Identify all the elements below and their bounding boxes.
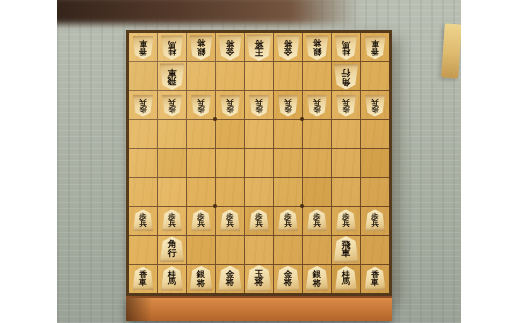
- piece-kanji-label: 歩兵: [371, 213, 379, 227]
- piece-kanji-label: 歩兵: [284, 99, 292, 113]
- piece-rook[interactable]: 飛車: [334, 236, 359, 262]
- board-cell[interactable]: 歩兵: [332, 91, 360, 119]
- board-cell[interactable]: [274, 149, 302, 177]
- piece-kanji-label: 歩兵: [168, 99, 176, 113]
- piece-kanji-label: 歩兵: [226, 213, 234, 227]
- board-block: 香車桂馬銀将金将王将金将銀将桂馬香車飛車角行歩兵歩兵歩兵歩兵歩兵歩兵歩兵歩兵歩兵…: [126, 30, 392, 321]
- board-cell[interactable]: [158, 120, 186, 148]
- board-cell[interactable]: 金将: [216, 33, 244, 61]
- board-cell[interactable]: [129, 62, 157, 90]
- piece-kanji-label: 香車: [371, 40, 379, 55]
- piece-rook[interactable]: 飛車: [160, 64, 185, 91]
- board-cell[interactable]: 銀将: [303, 33, 331, 61]
- piece-silver[interactable]: 銀将: [306, 35, 329, 60]
- piece-kanji-label: 角行: [342, 68, 351, 85]
- piece-lance[interactable]: 香車: [133, 267, 154, 291]
- piece-kanji-label: 金将: [284, 270, 293, 286]
- board-cell[interactable]: 金将: [216, 265, 244, 293]
- piece-knight[interactable]: 桂馬: [161, 35, 183, 60]
- board-cell[interactable]: 歩兵: [216, 207, 244, 235]
- piece-kanji-label: 歩兵: [255, 99, 263, 113]
- piece-pawn[interactable]: 歩兵: [249, 95, 269, 117]
- board-cell[interactable]: [361, 62, 389, 90]
- board-cell[interactable]: 銀将: [303, 265, 331, 293]
- board-cell[interactable]: 角行: [332, 62, 360, 90]
- board-cell[interactable]: 歩兵: [274, 207, 302, 235]
- piece-kanji-label: 銀将: [313, 40, 322, 56]
- piece-pawn[interactable]: 歩兵: [365, 95, 385, 117]
- piece-pawn[interactable]: 歩兵: [162, 95, 182, 117]
- board-cell[interactable]: 桂馬: [158, 33, 186, 61]
- board-cell[interactable]: 銀将: [187, 265, 215, 293]
- piece-kanji-label: 香車: [371, 271, 379, 286]
- piece-pawn[interactable]: 歩兵: [220, 209, 240, 231]
- piece-kanji-label: 飛車: [168, 68, 177, 85]
- piece-pawn[interactable]: 歩兵: [249, 209, 269, 231]
- piece-gold[interactable]: 金将: [276, 35, 300, 61]
- piece-pawn[interactable]: 歩兵: [191, 95, 211, 117]
- board-cell[interactable]: 歩兵: [129, 91, 157, 119]
- piece-pawn[interactable]: 歩兵: [336, 95, 356, 117]
- piece-knight[interactable]: 桂馬: [335, 266, 357, 291]
- board-cell[interactable]: 歩兵: [158, 207, 186, 235]
- background-shelf: [57, 0, 359, 24]
- board-cell[interactable]: 金将: [274, 33, 302, 61]
- board-cell[interactable]: [216, 120, 244, 148]
- board-cell[interactable]: [332, 120, 360, 148]
- board-cell[interactable]: [187, 120, 215, 148]
- piece-silver[interactable]: 銀将: [190, 35, 213, 60]
- image-margin-left: [0, 0, 57, 323]
- piece-kanji-label: 歩兵: [284, 213, 292, 227]
- board-cell[interactable]: 角行: [158, 236, 186, 264]
- board-cell[interactable]: 歩兵: [245, 207, 273, 235]
- piece-king[interactable]: 王将: [247, 35, 272, 62]
- shogi-board: 香車桂馬銀将金将王将金将銀将桂馬香車飛車角行歩兵歩兵歩兵歩兵歩兵歩兵歩兵歩兵歩兵…: [126, 30, 392, 296]
- board-cell[interactable]: 歩兵: [303, 91, 331, 119]
- board-cell[interactable]: [245, 149, 273, 177]
- piece-pawn[interactable]: 歩兵: [162, 209, 182, 231]
- board-cell[interactable]: [303, 120, 331, 148]
- board-cell[interactable]: 歩兵: [245, 91, 273, 119]
- board-cell[interactable]: 飛車: [332, 236, 360, 264]
- board-cell[interactable]: 桂馬: [158, 265, 186, 293]
- board-cell[interactable]: [187, 178, 215, 206]
- piece-kanji-label: 銀将: [197, 40, 206, 56]
- board-cell[interactable]: [361, 236, 389, 264]
- piece-pawn[interactable]: 歩兵: [307, 95, 327, 117]
- piece-kanji-label: 歩兵: [226, 99, 234, 113]
- piece-kanji-label: 歩兵: [313, 213, 321, 227]
- piece-kanji-label: 王将: [255, 39, 264, 56]
- board-cell[interactable]: [129, 149, 157, 177]
- board-cell[interactable]: 香車: [361, 33, 389, 61]
- piece-kanji-label: 歩兵: [255, 213, 263, 227]
- piece-kanji-label: 歩兵: [313, 99, 321, 113]
- board-cell[interactable]: [245, 178, 273, 206]
- piece-king[interactable]: 玉将: [247, 265, 272, 292]
- hoshi-point: [300, 117, 304, 121]
- board-cell[interactable]: 金将: [274, 265, 302, 293]
- board-cell[interactable]: [216, 149, 244, 177]
- piece-pawn[interactable]: 歩兵: [307, 209, 327, 231]
- piece-lance[interactable]: 香車: [365, 267, 386, 291]
- piece-kanji-label: 飛車: [342, 241, 351, 258]
- board-cell[interactable]: [216, 62, 244, 90]
- piece-knight[interactable]: 桂馬: [161, 266, 183, 291]
- board-cell[interactable]: 玉将: [245, 265, 273, 293]
- board-cell[interactable]: [187, 236, 215, 264]
- board-cell[interactable]: [303, 62, 331, 90]
- piece-kanji-label: 金将: [226, 40, 235, 56]
- piece-pawn[interactable]: 歩兵: [278, 209, 298, 231]
- board-cell[interactable]: [361, 149, 389, 177]
- board-cell[interactable]: 桂馬: [332, 33, 360, 61]
- piece-pawn[interactable]: 歩兵: [220, 95, 240, 117]
- piece-kanji-label: 香車: [139, 271, 147, 286]
- board-cell[interactable]: [245, 236, 273, 264]
- piece-kanji-label: 歩兵: [342, 213, 350, 227]
- piece-kanji-label: 銀将: [313, 270, 322, 286]
- piece-kanji-label: 歩兵: [371, 99, 379, 113]
- board-cell[interactable]: 歩兵: [216, 91, 244, 119]
- piece-kanji-label: 歩兵: [139, 99, 147, 113]
- piece-pawn[interactable]: 歩兵: [336, 209, 356, 231]
- board-cell[interactable]: 歩兵: [361, 91, 389, 119]
- piece-lance[interactable]: 香車: [133, 36, 154, 60]
- piece-kanji-label: 銀将: [197, 270, 206, 286]
- hoshi-point: [213, 204, 217, 208]
- piece-bishop[interactable]: 角行: [334, 64, 359, 90]
- board-cell[interactable]: 香車: [129, 33, 157, 61]
- piece-kanji-label: 玉将: [255, 270, 264, 287]
- board-cell[interactable]: 歩兵: [303, 207, 331, 235]
- piece-kanji-label: 金将: [226, 270, 235, 286]
- board-cell[interactable]: 香車: [129, 265, 157, 293]
- board-cell[interactable]: [216, 178, 244, 206]
- board-cell[interactable]: [245, 62, 273, 90]
- piece-kanji-label: 角行: [168, 241, 177, 258]
- piece-silver[interactable]: 銀将: [190, 266, 213, 291]
- board-cell[interactable]: 歩兵: [361, 207, 389, 235]
- piece-pawn[interactable]: 歩兵: [365, 209, 385, 231]
- hoshi-point: [300, 204, 304, 208]
- piece-pawn[interactable]: 歩兵: [133, 209, 153, 231]
- board-cell[interactable]: [274, 120, 302, 148]
- board-cell[interactable]: 歩兵: [187, 91, 215, 119]
- board-cell[interactable]: [274, 178, 302, 206]
- piece-pawn[interactable]: 歩兵: [191, 209, 211, 231]
- piece-gold[interactable]: 金将: [218, 35, 242, 61]
- board-cell[interactable]: 桂馬: [332, 265, 360, 293]
- piece-kanji-label: 歩兵: [342, 99, 350, 113]
- board-cell[interactable]: [129, 178, 157, 206]
- board-cell[interactable]: 香車: [361, 265, 389, 293]
- board-cell[interactable]: [332, 149, 360, 177]
- image-margin-right: [461, 0, 520, 323]
- board-cell[interactable]: [158, 178, 186, 206]
- board-cell[interactable]: [303, 149, 331, 177]
- hoshi-point: [213, 117, 217, 121]
- piece-pawn[interactable]: 歩兵: [278, 95, 298, 117]
- board-side-edge: [126, 296, 392, 321]
- piece-kanji-label: 桂馬: [168, 40, 176, 55]
- piece-kanji-label: 歩兵: [197, 99, 205, 113]
- board-cell[interactable]: [187, 62, 215, 90]
- board-cell[interactable]: 銀将: [187, 33, 215, 61]
- piece-kanji-label: 歩兵: [168, 213, 176, 227]
- piece-stand[interactable]: [441, 23, 461, 78]
- piece-kanji-label: 金将: [284, 40, 293, 56]
- piece-gold[interactable]: 金将: [218, 265, 242, 291]
- board-cell[interactable]: 歩兵: [332, 207, 360, 235]
- board-cell[interactable]: [332, 178, 360, 206]
- piece-bishop[interactable]: 角行: [160, 236, 185, 262]
- board-cell[interactable]: [245, 120, 273, 148]
- piece-kanji-label: 桂馬: [342, 40, 350, 55]
- screenshot-stage: 香車桂馬銀将金将王将金将銀将桂馬香車飛車角行歩兵歩兵歩兵歩兵歩兵歩兵歩兵歩兵歩兵…: [0, 0, 520, 323]
- board-cell[interactable]: 歩兵: [129, 207, 157, 235]
- board-cell[interactable]: [303, 178, 331, 206]
- piece-pawn[interactable]: 歩兵: [133, 95, 153, 117]
- board-cell[interactable]: [129, 120, 157, 148]
- board-cell[interactable]: 歩兵: [274, 91, 302, 119]
- piece-kanji-label: 歩兵: [139, 213, 147, 227]
- piece-kanji-label: 桂馬: [342, 271, 350, 286]
- piece-kanji-label: 香車: [139, 40, 147, 55]
- board-cell[interactable]: 王将: [245, 33, 273, 61]
- board-cell[interactable]: [216, 236, 244, 264]
- piece-gold[interactable]: 金将: [276, 265, 300, 291]
- board-cell[interactable]: [361, 120, 389, 148]
- piece-kanji-label: 桂馬: [168, 271, 176, 286]
- board-cell[interactable]: [274, 62, 302, 90]
- piece-kanji-label: 歩兵: [197, 213, 205, 227]
- board-cell[interactable]: 歩兵: [187, 207, 215, 235]
- board-cell[interactable]: [187, 149, 215, 177]
- board-cell[interactable]: [361, 178, 389, 206]
- piece-silver[interactable]: 銀将: [306, 266, 329, 291]
- board-cell[interactable]: 歩兵: [158, 91, 186, 119]
- photo-area: 香車桂馬銀将金将王将金将銀将桂馬香車飛車角行歩兵歩兵歩兵歩兵歩兵歩兵歩兵歩兵歩兵…: [57, 0, 461, 323]
- board-cell[interactable]: [274, 236, 302, 264]
- piece-lance[interactable]: 香車: [365, 36, 386, 60]
- board-cell[interactable]: [303, 236, 331, 264]
- piece-knight[interactable]: 桂馬: [335, 35, 357, 60]
- board-cell[interactable]: [158, 149, 186, 177]
- board-cell[interactable]: 飛車: [158, 62, 186, 90]
- board-cell[interactable]: [129, 236, 157, 264]
